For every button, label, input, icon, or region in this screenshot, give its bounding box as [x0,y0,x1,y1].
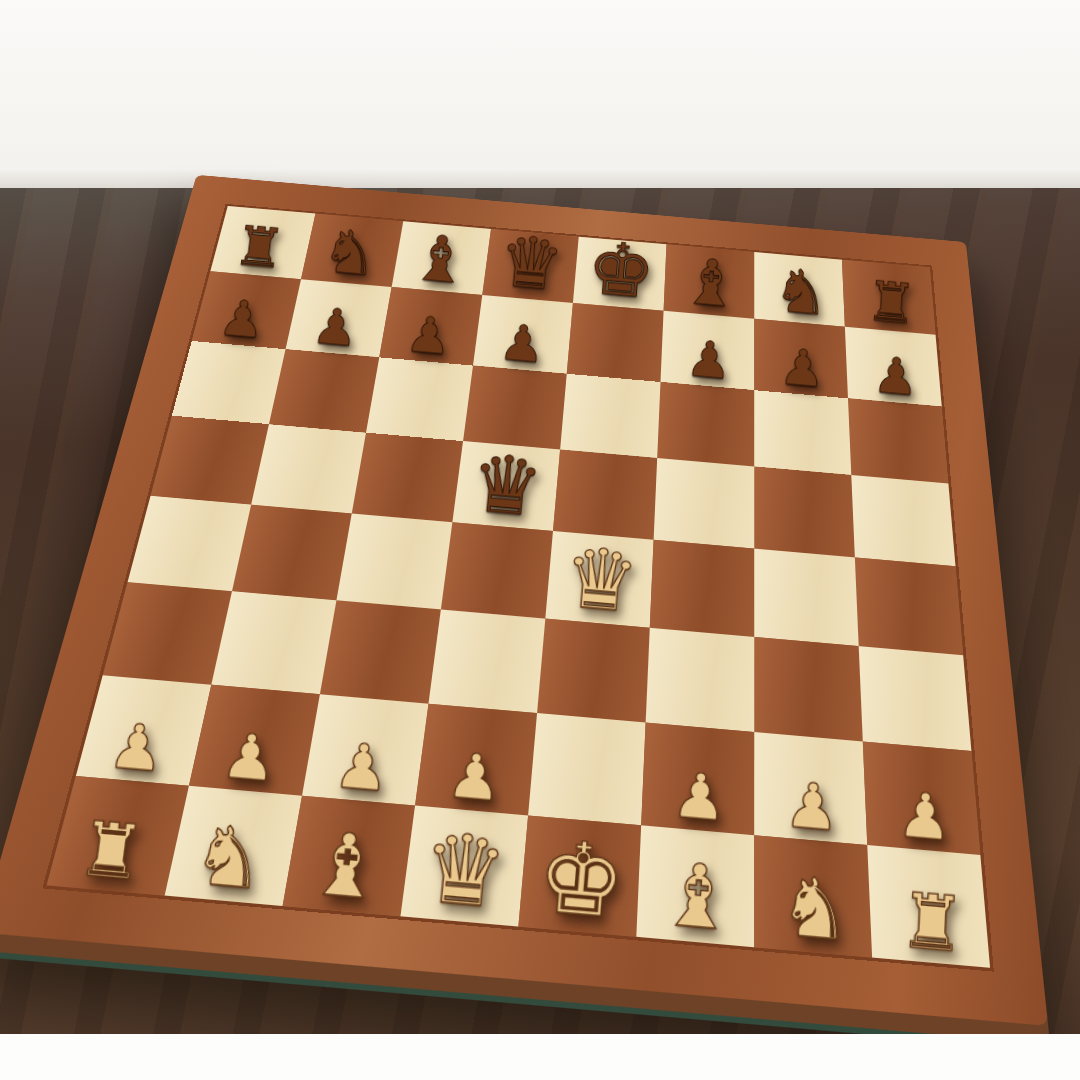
square-e8[interactable]: ♚ [573,237,667,311]
square-d3[interactable] [428,609,545,713]
board-grid: ♜♞♝♛♚♝♞♜♟♟♟♟♟♟♟♛♛♟♟♟♟♟♟♟♜♞♝♛♚♝♞♜ [42,204,994,972]
piece-black-knight-g8[interactable]: ♞ [754,259,848,326]
piece-black-pawn-b7[interactable]: ♟ [286,299,385,356]
piece-white-rook-a1[interactable]: ♜ [48,809,175,894]
piece-white-bishop-f1[interactable]: ♝ [636,848,759,945]
square-d8[interactable]: ♛ [482,229,578,303]
piece-white-queen-e4[interactable]: ♛ [545,535,656,627]
piece-black-rook-a8[interactable]: ♜ [211,216,308,278]
square-f3[interactable] [646,628,755,732]
square-a4[interactable] [128,496,252,591]
square-g6[interactable] [754,390,851,475]
square-a6[interactable] [172,341,286,424]
square-g1[interactable]: ♞ [754,835,872,957]
square-c2[interactable]: ♟ [302,694,428,805]
square-f6[interactable] [657,382,754,467]
piece-black-bishop-c8[interactable]: ♝ [392,224,489,294]
square-h7[interactable]: ♟ [845,327,942,407]
piece-white-pawn-c2[interactable]: ♟ [303,732,422,804]
square-d7[interactable]: ♟ [473,295,573,374]
piece-white-pawn-b2[interactable]: ♟ [190,722,310,794]
square-f4[interactable] [650,540,754,637]
photo-white-strip-bottom [0,1034,1080,1080]
square-b5[interactable] [251,424,366,513]
piece-black-king-e8[interactable]: ♚ [573,230,669,310]
piece-white-bishop-c1[interactable]: ♝ [283,817,409,914]
square-e7[interactable] [567,303,664,382]
square-d2[interactable]: ♟ [415,704,537,816]
square-h6[interactable] [848,398,948,483]
square-a8[interactable]: ♜ [210,206,315,279]
square-c8[interactable]: ♝ [392,221,491,295]
square-h5[interactable] [851,475,955,566]
square-h3[interactable] [859,646,972,751]
square-f5[interactable] [654,458,755,549]
square-e2[interactable] [528,713,646,825]
piece-white-pawn-d2[interactable]: ♟ [415,742,533,814]
square-h4[interactable] [855,557,963,655]
piece-white-pawn-f2[interactable]: ♟ [641,761,758,833]
square-c5[interactable] [352,433,463,523]
piece-black-rook-h8[interactable]: ♜ [845,272,938,334]
square-b1[interactable]: ♞ [165,786,302,906]
square-e5[interactable] [553,450,657,540]
square-c1[interactable]: ♝ [283,796,415,917]
square-c7[interactable]: ♟ [379,287,482,365]
piece-white-knight-g1[interactable]: ♞ [754,863,876,956]
piece-black-pawn-c7[interactable]: ♟ [380,307,478,364]
square-f8[interactable]: ♝ [664,244,755,318]
square-g7[interactable]: ♟ [754,319,848,399]
square-g2[interactable]: ♟ [754,732,867,845]
piece-black-knight-b8[interactable]: ♞ [301,219,398,286]
piece-white-pawn-h2[interactable]: ♟ [867,781,982,853]
piece-black-pawn-a7[interactable]: ♟ [192,291,291,348]
square-b3[interactable] [211,591,336,694]
square-a3[interactable] [103,582,232,685]
square-b2[interactable]: ♟ [189,685,320,796]
square-a5[interactable] [151,416,269,505]
square-e4[interactable]: ♛ [545,531,653,628]
piece-black-pawn-g7[interactable]: ♟ [754,340,850,398]
square-g5[interactable] [754,467,855,558]
scene: ♜♞♝♛♚♝♞♜♟♟♟♟♟♟♟♛♛♟♟♟♟♟♟♟♜♞♝♛♚♝♞♜ [0,0,1080,1080]
square-f7[interactable]: ♟ [660,311,754,390]
square-a7[interactable]: ♟ [192,271,301,349]
square-c4[interactable] [336,513,452,609]
square-g8[interactable]: ♞ [754,252,845,327]
square-b8[interactable]: ♞ [301,214,403,287]
piece-white-rook-h1[interactable]: ♜ [872,880,993,966]
square-f1[interactable]: ♝ [636,825,754,947]
square-e6[interactable] [560,374,660,458]
piece-white-king-e1[interactable]: ♚ [519,825,644,935]
piece-black-bishop-f8[interactable]: ♝ [664,247,759,318]
square-d5[interactable]: ♛ [452,441,560,531]
piece-black-pawn-f7[interactable]: ♟ [660,332,757,389]
piece-black-pawn-d7[interactable]: ♟ [473,315,571,372]
square-g3[interactable] [754,637,863,742]
piece-white-pawn-g2[interactable]: ♟ [754,771,870,843]
square-d1[interactable]: ♛ [400,806,528,927]
square-g4[interactable] [754,549,858,646]
square-e3[interactable] [537,619,650,723]
square-f2[interactable]: ♟ [641,723,754,836]
square-h8[interactable]: ♜ [842,260,936,335]
square-b4[interactable] [232,505,352,601]
square-d4[interactable] [441,522,553,618]
photo-white-strip-top [0,0,1080,188]
piece-white-queen-d1[interactable]: ♛ [401,818,527,924]
square-h1[interactable]: ♜ [867,845,990,968]
square-h2[interactable]: ♟ [863,742,981,855]
piece-black-queen-d8[interactable]: ♛ [483,225,580,302]
square-c3[interactable] [320,600,441,703]
square-c6[interactable] [366,357,473,441]
square-b7[interactable]: ♟ [286,279,392,357]
piece-white-knight-b1[interactable]: ♞ [165,812,292,904]
square-b6[interactable] [269,349,379,432]
square-e1[interactable]: ♚ [518,815,641,936]
piece-black-pawn-h7[interactable]: ♟ [848,348,944,406]
piece-white-pawn-a2[interactable]: ♟ [77,712,197,784]
piece-black-queen-d5[interactable]: ♛ [453,442,560,530]
